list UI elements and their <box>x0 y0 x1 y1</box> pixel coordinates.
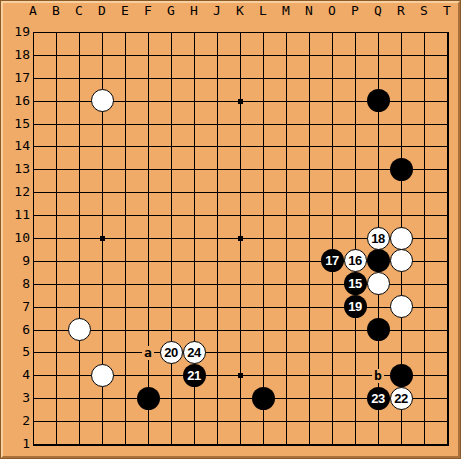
stone-black-P8: 15 <box>344 272 367 295</box>
stone-black-R4 <box>390 364 413 387</box>
coordinate-label-column: N <box>305 3 313 19</box>
stone-black-O9: 17 <box>321 249 344 272</box>
stone-white-Q8 <box>367 272 390 295</box>
coordinate-label-row: 4 <box>2 367 30 383</box>
coordinate-label-column: F <box>144 3 152 19</box>
coordinate-label-column: C <box>75 3 83 19</box>
stone-white-Q10: 18 <box>367 227 390 250</box>
stone-black-H4: 21 <box>183 364 206 387</box>
grid-line-vertical <box>56 32 57 446</box>
coordinate-label-column: Q <box>374 3 382 19</box>
point-label-a: a <box>142 346 154 360</box>
stone-black-Q9 <box>367 249 390 272</box>
grid-line-vertical <box>332 32 333 446</box>
coordinate-label-column: A <box>29 3 37 19</box>
stone-white-C6 <box>68 318 91 341</box>
grid-line-vertical <box>424 32 425 446</box>
grid-line-vertical <box>171 32 172 446</box>
grid-line-vertical <box>286 32 287 446</box>
grid-line-vertical <box>309 32 310 446</box>
grid-line-horizontal <box>33 352 449 353</box>
coordinate-label-column: B <box>52 3 60 19</box>
coordinate-label-column: P <box>351 3 359 19</box>
grid-line-vertical <box>33 32 34 446</box>
coordinate-label-row: 13 <box>2 161 30 177</box>
coordinate-label-row: 1 <box>2 436 30 452</box>
coordinate-label-column: G <box>167 3 175 19</box>
stone-white-H5: 24 <box>183 341 206 364</box>
grid-line-horizontal <box>33 146 449 147</box>
coordinate-label-column: T <box>443 3 451 19</box>
grid-line-horizontal <box>33 55 449 56</box>
stone-black-Q3: 23 <box>367 387 390 410</box>
stone-black-P7: 19 <box>344 295 367 318</box>
stone-white-D4 <box>91 364 114 387</box>
coordinate-label-column: K <box>236 3 244 19</box>
grid-line-horizontal <box>33 215 449 216</box>
stone-white-D16 <box>91 89 114 112</box>
coordinate-label-column: M <box>282 3 290 19</box>
coordinate-label-row: 11 <box>2 207 30 223</box>
stone-white-P9: 16 <box>344 249 367 272</box>
coordinate-label-row: 10 <box>2 230 30 246</box>
stone-black-Q16 <box>367 89 390 112</box>
grid-line-vertical <box>217 32 218 446</box>
stone-white-R10 <box>390 227 413 250</box>
grid-line-horizontal <box>33 192 449 193</box>
grid-line-horizontal <box>33 421 449 422</box>
coordinate-label-row: 8 <box>2 276 30 292</box>
coordinate-label-row: 3 <box>2 390 30 406</box>
coordinate-label-column: H <box>190 3 198 19</box>
stone-white-G5: 20 <box>160 341 183 364</box>
grid-line-vertical <box>125 32 126 446</box>
coordinate-label-column: R <box>397 3 405 19</box>
grid-line-horizontal <box>33 124 449 125</box>
go-board: ABCDEFGHJKLMNOPQRST191817161514131211109… <box>0 0 461 459</box>
coordinate-label-row: 17 <box>2 70 30 86</box>
star-point <box>100 236 105 241</box>
grid-line-horizontal <box>33 78 449 79</box>
coordinate-label-row: 2 <box>2 413 30 429</box>
coordinate-label-column: D <box>98 3 106 19</box>
coordinate-label-row: 18 <box>2 47 30 63</box>
point-label-b: b <box>372 369 384 383</box>
coordinate-label-row: 12 <box>2 184 30 200</box>
coordinate-label-row: 7 <box>2 299 30 315</box>
coordinate-label-column: J <box>213 3 221 19</box>
coordinate-label-column: E <box>121 3 129 19</box>
stone-white-R9 <box>390 249 413 272</box>
star-point <box>238 99 243 104</box>
coordinate-label-row: 14 <box>2 138 30 154</box>
star-point <box>238 236 243 241</box>
stone-black-L3 <box>252 387 275 410</box>
grid-line-vertical <box>79 32 80 446</box>
star-point <box>238 373 243 378</box>
coordinate-label-row: 19 <box>2 24 30 40</box>
grid-line-horizontal <box>33 307 449 308</box>
stone-black-R13 <box>390 158 413 181</box>
stone-black-Q6 <box>367 318 390 341</box>
grid-line-vertical <box>148 32 149 446</box>
coordinate-label-column: L <box>259 3 267 19</box>
coordinate-label-row: 15 <box>2 116 30 132</box>
coordinate-label-row: 6 <box>2 322 30 338</box>
grid-line-vertical <box>447 32 449 446</box>
grid-line-vertical <box>355 32 356 446</box>
coordinate-label-column: S <box>420 3 428 19</box>
grid-line-vertical <box>263 32 264 446</box>
grid-line-horizontal <box>33 169 449 170</box>
stone-black-F3 <box>137 387 160 410</box>
coordinate-label-row: 16 <box>2 93 30 109</box>
grid-line-horizontal <box>33 444 449 446</box>
coordinate-label-row: 5 <box>2 344 30 360</box>
stone-white-R3: 22 <box>390 387 413 410</box>
coordinate-label-column: O <box>328 3 336 19</box>
grid-line-horizontal <box>33 32 449 33</box>
stone-white-R7 <box>390 295 413 318</box>
coordinate-label-row: 9 <box>2 253 30 269</box>
